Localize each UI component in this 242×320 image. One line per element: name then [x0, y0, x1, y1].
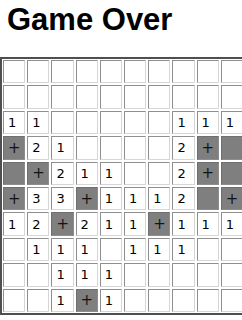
cell-r5c9[interactable]: +	[197, 162, 219, 185]
cell-r10c7[interactable]	[148, 289, 170, 312]
cell-r7c3[interactable]: +	[51, 212, 73, 235]
cell-r6c8[interactable]: 2	[172, 187, 194, 210]
cell-r4c3[interactable]: 1	[51, 136, 73, 159]
cell-r9c9[interactable]	[197, 263, 219, 286]
cell-r6c3[interactable]: 3	[51, 187, 73, 210]
cell-r1c3[interactable]	[51, 60, 73, 83]
cell-r10c10[interactable]	[221, 289, 242, 312]
cell-r10c3[interactable]: 1	[51, 289, 73, 312]
cell-r2c5[interactable]	[100, 85, 122, 108]
cell-r2c4[interactable]	[76, 85, 98, 108]
cell-r6c7[interactable]: 1	[148, 187, 170, 210]
cell-r1c2[interactable]	[27, 60, 49, 83]
cell-r3c9[interactable]: 1	[197, 111, 219, 134]
cell-r10c8[interactable]	[172, 289, 194, 312]
cell-r7c4[interactable]: 2	[76, 212, 98, 235]
cell-r2c8[interactable]	[172, 85, 194, 108]
cell-r1c4[interactable]	[76, 60, 98, 83]
cell-r6c9[interactable]	[197, 187, 219, 210]
cell-r8c9[interactable]	[197, 238, 219, 261]
cell-r6c4[interactable]: +	[76, 187, 98, 210]
cell-r8c6[interactable]: 1	[124, 238, 146, 261]
cell-r5c7[interactable]	[148, 162, 170, 185]
cell-r7c8[interactable]: 1	[172, 212, 194, 235]
cell-r8c2[interactable]: 1	[27, 238, 49, 261]
cell-r3c3[interactable]	[51, 111, 73, 134]
cell-r2c1[interactable]	[3, 85, 25, 108]
cell-r9c10[interactable]	[221, 263, 242, 286]
cell-r8c7[interactable]: 1	[148, 238, 170, 261]
cell-r9c2[interactable]	[27, 263, 49, 286]
cell-r3c7[interactable]	[148, 111, 170, 134]
cell-r4c6[interactable]	[124, 136, 146, 159]
cell-r1c9[interactable]	[197, 60, 219, 83]
cell-r8c5[interactable]	[100, 238, 122, 261]
cell-r3c8[interactable]: 1	[172, 111, 194, 134]
cell-r7c7[interactable]: +	[148, 212, 170, 235]
cell-r4c1[interactable]: +	[3, 136, 25, 159]
cell-r7c2[interactable]: 2	[27, 212, 49, 235]
cell-r10c2[interactable]	[27, 289, 49, 312]
cell-r8c1[interactable]	[3, 238, 25, 261]
cell-r5c10[interactable]	[221, 162, 242, 185]
cell-r8c4[interactable]: 1	[76, 238, 98, 261]
cell-r5c5[interactable]: 1	[100, 162, 122, 185]
cell-r2c7[interactable]	[148, 85, 170, 108]
cell-r3c2[interactable]: 1	[27, 111, 49, 134]
cell-r9c3[interactable]: 1	[51, 263, 73, 286]
cell-r2c6[interactable]	[124, 85, 146, 108]
cell-r1c7[interactable]	[148, 60, 170, 83]
cell-r7c6[interactable]: 1	[124, 212, 146, 235]
cell-r8c8[interactable]: 1	[172, 238, 194, 261]
cell-r3c6[interactable]	[124, 111, 146, 134]
cell-r5c6[interactable]	[124, 162, 146, 185]
game-over-title: Game Over	[7, 3, 242, 37]
cell-r9c4[interactable]: 1	[76, 263, 98, 286]
cell-r5c3[interactable]: 2	[51, 162, 73, 185]
cell-r8c3[interactable]: 1	[51, 238, 73, 261]
cell-r10c9[interactable]	[197, 289, 219, 312]
cell-r4c9[interactable]: +	[197, 136, 219, 159]
cell-r6c5[interactable]: 1	[100, 187, 122, 210]
cell-r7c9[interactable]: 1	[197, 212, 219, 235]
cell-r10c1[interactable]	[3, 289, 25, 312]
cell-r5c1[interactable]	[3, 162, 25, 185]
cell-r4c2[interactable]: 2	[27, 136, 49, 159]
minesweeper-board: 11111+212++2112++33+1112+12+211+11111111…	[0, 57, 242, 315]
cell-r2c3[interactable]	[51, 85, 73, 108]
cell-r9c1[interactable]	[3, 263, 25, 286]
cell-r10c6[interactable]	[124, 289, 146, 312]
cell-r9c5[interactable]: 1	[100, 263, 122, 286]
cell-r1c10[interactable]	[221, 60, 242, 83]
cell-r3c4[interactable]	[76, 111, 98, 134]
cell-r1c1[interactable]	[3, 60, 25, 83]
cell-r4c5[interactable]	[100, 136, 122, 159]
cell-r10c5[interactable]: 1	[100, 289, 122, 312]
cell-r5c8[interactable]: 2	[172, 162, 194, 185]
cell-r2c9[interactable]	[197, 85, 219, 108]
cell-r5c2[interactable]: +	[27, 162, 49, 185]
cell-r3c10[interactable]: 1	[221, 111, 242, 134]
cell-r1c5[interactable]	[100, 60, 122, 83]
cell-r3c1[interactable]: 1	[3, 111, 25, 134]
cell-r3c5[interactable]	[100, 111, 122, 134]
cell-r7c1[interactable]: 1	[3, 212, 25, 235]
cell-r4c7[interactable]	[148, 136, 170, 159]
cell-r7c5[interactable]: 1	[100, 212, 122, 235]
cell-r5c4[interactable]: 1	[76, 162, 98, 185]
cell-r9c7[interactable]	[148, 263, 170, 286]
cell-r6c1[interactable]: +	[3, 187, 25, 210]
cell-r4c4[interactable]	[76, 136, 98, 159]
cell-r1c6[interactable]	[124, 60, 146, 83]
cell-r4c8[interactable]: 2	[172, 136, 194, 159]
cell-r10c4[interactable]: +	[76, 289, 98, 312]
cell-r6c2[interactable]: 3	[27, 187, 49, 210]
cell-r9c6[interactable]	[124, 263, 146, 286]
cell-r7c10[interactable]: 1	[221, 212, 242, 235]
cell-r4c10[interactable]	[221, 136, 242, 159]
cell-r2c10[interactable]	[221, 85, 242, 108]
cell-r6c10[interactable]: +	[221, 187, 242, 210]
cell-r9c8[interactable]	[172, 263, 194, 286]
cell-r2c2[interactable]	[27, 85, 49, 108]
cell-r6c6[interactable]: 1	[124, 187, 146, 210]
cell-r1c8[interactable]	[172, 60, 194, 83]
cell-r8c10[interactable]	[221, 238, 242, 261]
